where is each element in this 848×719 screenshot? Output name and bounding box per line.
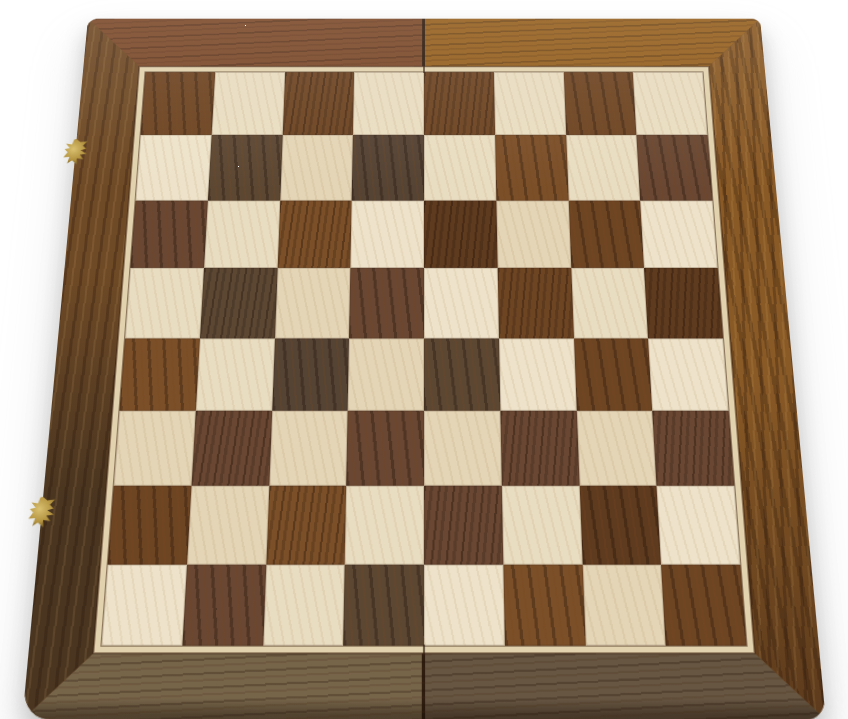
square-c6 (277, 200, 352, 268)
square-e1 (424, 564, 505, 645)
square-d7 (352, 135, 424, 200)
square-h2 (657, 486, 741, 564)
fold-seam-top (423, 66, 425, 72)
square-e6 (424, 200, 497, 268)
square-e2 (424, 486, 503, 564)
square-a4 (119, 338, 199, 411)
square-g1 (582, 564, 666, 645)
square-a2 (108, 486, 192, 564)
square-a8 (141, 72, 215, 135)
square-b5 (200, 267, 277, 337)
square-g6 (568, 200, 644, 268)
square-b2 (187, 486, 269, 564)
square-b1 (182, 564, 266, 645)
square-f4 (499, 338, 577, 411)
square-d2 (345, 486, 424, 564)
chess-board (22, 18, 826, 719)
square-a6 (130, 200, 207, 268)
square-f8 (494, 72, 566, 135)
square-d3 (346, 410, 424, 485)
square-c2 (266, 486, 347, 564)
square-d5 (349, 267, 424, 337)
square-d4 (348, 338, 424, 411)
square-f1 (503, 564, 585, 645)
board-surface (22, 18, 826, 719)
square-c4 (272, 338, 350, 411)
square-h8 (633, 72, 707, 135)
photo-background (0, 0, 848, 719)
square-e3 (424, 410, 502, 485)
square-d6 (351, 200, 424, 268)
board-frame-top (83, 18, 764, 66)
square-a5 (125, 267, 204, 337)
square-e8 (424, 72, 495, 135)
square-h3 (652, 410, 734, 485)
square-f3 (500, 410, 579, 485)
playing-area-grid (101, 72, 746, 645)
square-c1 (263, 564, 345, 645)
square-d1 (343, 564, 424, 645)
square-c7 (280, 135, 353, 200)
square-g4 (574, 338, 653, 411)
square-h1 (661, 564, 746, 645)
square-c5 (275, 267, 351, 337)
square-b8 (211, 72, 284, 135)
square-b7 (208, 135, 283, 200)
square-b3 (191, 410, 271, 485)
square-h5 (644, 267, 723, 337)
square-g3 (576, 410, 656, 485)
square-c8 (282, 72, 354, 135)
square-g8 (563, 72, 636, 135)
square-e4 (424, 338, 500, 411)
square-g2 (579, 486, 661, 564)
square-f7 (495, 135, 568, 200)
square-h6 (640, 200, 717, 268)
square-f2 (502, 486, 583, 564)
square-a3 (114, 410, 196, 485)
fold-seam-bottom (423, 644, 425, 653)
square-a7 (136, 135, 212, 200)
square-f6 (496, 200, 571, 268)
square-e7 (424, 135, 496, 200)
square-c3 (269, 410, 348, 485)
square-g5 (571, 267, 648, 337)
square-d8 (353, 72, 424, 135)
square-h7 (637, 135, 713, 200)
board-frame-bottom (22, 653, 826, 719)
square-a1 (101, 564, 186, 645)
square-f5 (497, 267, 573, 337)
square-b4 (196, 338, 275, 411)
square-h4 (648, 338, 728, 411)
square-g7 (566, 135, 641, 200)
square-e5 (424, 267, 499, 337)
square-b6 (204, 200, 280, 268)
